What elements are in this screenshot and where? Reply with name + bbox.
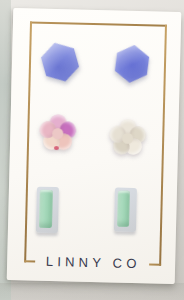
background-bottom-shadow [0, 283, 184, 300]
hexagon-stud-left-gloss [36, 38, 83, 87]
flower-stud-left [38, 114, 77, 153]
gold-frame-right [159, 25, 167, 266]
hexagon-stud-left [36, 38, 83, 87]
gold-frame-left [24, 21, 32, 262]
hexagon-stud-left-face [36, 38, 83, 87]
brand-name: LINNY CO [7, 253, 175, 272]
hexagon-stud-right-face [112, 43, 153, 85]
hexagon-stud-right-gloss [112, 43, 153, 85]
earring-card: LINNY CO [7, 8, 182, 284]
flower-stud-right-center [122, 132, 133, 143]
flower-stud-left-center [52, 127, 63, 138]
product-photo: LINNY CO [0, 0, 184, 300]
flower-stud-left-red-glint [54, 146, 59, 150]
bar-stud-left [39, 190, 53, 228]
hexagon-stud-right [112, 43, 153, 85]
bar-stud-right [117, 191, 130, 227]
gold-frame-top [30, 21, 167, 26]
flower-stud-right [108, 118, 147, 157]
